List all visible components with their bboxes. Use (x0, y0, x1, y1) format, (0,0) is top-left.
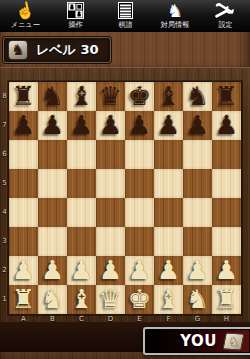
white-pawn[interactable]: ♟ (128, 256, 151, 285)
square-a8[interactable]: ♜ (9, 82, 38, 111)
square-b4[interactable] (38, 198, 67, 227)
square-b5[interactable] (38, 169, 67, 198)
black-knight[interactable]: ♞ (41, 82, 64, 111)
square-c4[interactable] (67, 198, 96, 227)
square-h8[interactable]: ♜ (212, 82, 241, 111)
white-bishop[interactable]: ♝ (70, 285, 93, 314)
square-d7[interactable]: ♟ (96, 111, 125, 140)
black-pawn[interactable]: ♟ (186, 111, 209, 140)
square-d4[interactable] (96, 198, 125, 227)
black-king[interactable]: ♚ (128, 82, 151, 111)
black-pawn[interactable]: ♟ (128, 111, 151, 140)
black-pawn[interactable]: ♟ (70, 111, 93, 140)
square-e1[interactable]: ♚ (125, 285, 154, 314)
square-e2[interactable]: ♟ (125, 256, 154, 285)
rank-label-1: 1 (0, 285, 9, 314)
square-d5[interactable] (96, 169, 125, 198)
controls-label: 操作 (68, 20, 82, 29)
square-f2[interactable]: ♟ (154, 256, 183, 285)
square-a1[interactable]: ♜ (9, 285, 38, 314)
square-f8[interactable]: ♝ (154, 82, 183, 111)
white-pawn[interactable]: ♟ (70, 256, 93, 285)
black-bishop[interactable]: ♝ (70, 82, 93, 111)
game-info-label: 対局情報 (161, 20, 190, 29)
square-b8[interactable]: ♞ (38, 82, 67, 111)
turn-indicator-label: YOU (180, 332, 217, 350)
rank-label-7: 7 (0, 111, 9, 140)
black-knight[interactable]: ♞ (186, 82, 209, 111)
level-indicator: ♞ レベル 30 (3, 37, 111, 63)
square-h7[interactable]: ♟ (212, 111, 241, 140)
square-b3[interactable] (38, 227, 67, 256)
rank-label-2: 2 (0, 256, 9, 285)
white-pawn[interactable]: ♟ (99, 256, 122, 285)
move-list-icon (118, 1, 133, 20)
app-screen: ☝ メニュー 操作 (0, 0, 250, 359)
square-f5[interactable] (154, 169, 183, 198)
black-rook[interactable]: ♜ (215, 82, 238, 111)
mini-board-icon (67, 1, 84, 20)
chess-board[interactable]: ♜♞♝♛♚♝♞♜♟♟♟♟♟♟♟♟♟♟♟♟♟♟♟♟♜♞♝♛♚♝♞♜ (9, 82, 241, 314)
white-queen[interactable]: ♛ (99, 285, 122, 314)
white-knight[interactable]: ♞ (41, 285, 64, 314)
square-e7[interactable]: ♟ (125, 111, 154, 140)
square-h5[interactable] (212, 169, 241, 198)
white-pawn[interactable]: ♟ (186, 256, 209, 285)
rank-label-5: 5 (0, 169, 9, 198)
move-record-button[interactable]: 棋譜 (100, 0, 150, 31)
black-pawn[interactable]: ♟ (12, 111, 35, 140)
square-d1[interactable]: ♛ (96, 285, 125, 314)
square-b2[interactable]: ♟ (38, 256, 67, 285)
black-queen[interactable]: ♛ (99, 82, 122, 111)
square-g2[interactable]: ♟ (183, 256, 212, 285)
square-g3[interactable] (183, 227, 212, 256)
game-info-button[interactable]: ♞ 対局情報 (150, 0, 200, 31)
square-c6[interactable] (67, 140, 96, 169)
rank-label-4: 4 (0, 198, 9, 227)
white-knight[interactable]: ♞ (186, 285, 209, 314)
move-record-label: 棋譜 (118, 20, 132, 29)
black-bishop[interactable]: ♝ (157, 82, 180, 111)
square-e3[interactable] (125, 227, 154, 256)
black-pawn[interactable]: ♟ (99, 111, 122, 140)
square-c7[interactable]: ♟ (67, 111, 96, 140)
knight-badge-icon: ♞ (8, 40, 28, 60)
square-e4[interactable] (125, 198, 154, 227)
settings-button[interactable]: 設定 (200, 0, 250, 31)
square-d6[interactable] (96, 140, 125, 169)
tap-icon: ☝ (13, 0, 36, 22)
white-pawn[interactable]: ♟ (41, 256, 64, 285)
black-pawn[interactable]: ♟ (215, 111, 238, 140)
square-h2[interactable]: ♟ (212, 256, 241, 285)
square-f1[interactable]: ♝ (154, 285, 183, 314)
knight-icon: ♞ (167, 1, 183, 20)
square-d2[interactable]: ♟ (96, 256, 125, 285)
square-g5[interactable] (183, 169, 212, 198)
controls-button[interactable]: 操作 (50, 0, 100, 31)
square-a2[interactable]: ♟ (9, 256, 38, 285)
square-b1[interactable]: ♞ (38, 285, 67, 314)
white-pawn[interactable]: ♟ (157, 256, 180, 285)
square-g7[interactable]: ♟ (183, 111, 212, 140)
square-f3[interactable] (154, 227, 183, 256)
level-label: レベル 30 (36, 41, 99, 59)
square-c1[interactable]: ♝ (67, 285, 96, 314)
square-a6[interactable] (9, 140, 38, 169)
square-c5[interactable] (67, 169, 96, 198)
square-a7[interactable]: ♟ (9, 111, 38, 140)
settings-label: 設定 (218, 20, 232, 29)
square-f7[interactable]: ♟ (154, 111, 183, 140)
square-h1[interactable]: ♜ (212, 285, 241, 314)
square-h4[interactable] (212, 198, 241, 227)
menu-button[interactable]: ☝ メニュー (0, 0, 50, 31)
white-knight-badge-icon: ♘ (222, 332, 244, 350)
square-e6[interactable] (125, 140, 154, 169)
chess-board-frame: 87654321 ♜♞♝♛♚♝♞♜♟♟♟♟♟♟♟♟♟♟♟♟♟♟♟♟♜♞♝♛♚♝♞… (0, 67, 250, 322)
square-b6[interactable] (38, 140, 67, 169)
square-b7[interactable]: ♟ (38, 111, 67, 140)
rank-label-3: 3 (0, 227, 9, 256)
black-pawn[interactable]: ♟ (41, 111, 64, 140)
square-h6[interactable] (212, 140, 241, 169)
white-king[interactable]: ♚ (128, 285, 151, 314)
white-pawn[interactable]: ♟ (12, 256, 35, 285)
rank-label-8: 8 (0, 82, 9, 111)
white-bishop[interactable]: ♝ (157, 285, 180, 314)
black-rook[interactable]: ♜ (12, 82, 35, 111)
square-c2[interactable]: ♟ (67, 256, 96, 285)
square-f6[interactable] (154, 140, 183, 169)
rank-labels: 87654321 (0, 82, 9, 314)
square-a4[interactable] (9, 198, 38, 227)
square-e8[interactable]: ♚ (125, 82, 154, 111)
square-f4[interactable] (154, 198, 183, 227)
square-e5[interactable] (125, 169, 154, 198)
square-c8[interactable]: ♝ (67, 82, 96, 111)
white-rook[interactable]: ♜ (215, 285, 238, 314)
square-g6[interactable] (183, 140, 212, 169)
menu-label: メニュー (10, 20, 39, 29)
square-g8[interactable]: ♞ (183, 82, 212, 111)
square-g4[interactable] (183, 198, 212, 227)
square-a3[interactable] (9, 227, 38, 256)
square-d8[interactable]: ♛ (96, 82, 125, 111)
square-d3[interactable] (96, 227, 125, 256)
square-h3[interactable] (212, 227, 241, 256)
toolbar: ☝ メニュー 操作 (0, 0, 250, 32)
black-pawn[interactable]: ♟ (157, 111, 180, 140)
tools-icon (214, 1, 237, 20)
white-pawn[interactable]: ♟ (215, 256, 238, 285)
square-a5[interactable] (9, 169, 38, 198)
square-g1[interactable]: ♞ (183, 285, 212, 314)
square-c3[interactable] (67, 227, 96, 256)
turn-indicator: YOU ♘ (143, 327, 250, 355)
white-rook[interactable]: ♜ (12, 285, 35, 314)
rank-label-6: 6 (0, 140, 9, 169)
